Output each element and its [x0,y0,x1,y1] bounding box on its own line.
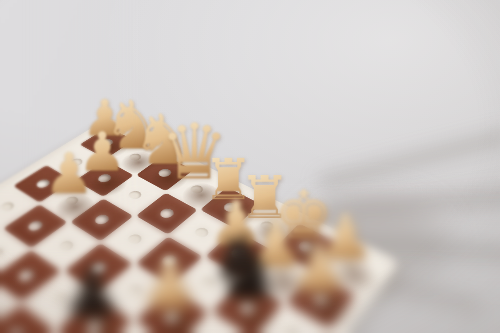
piece-black-pawn-c3[interactable]: ♟ [0,242,35,310]
peg-hole [68,157,85,167]
peg-hole [126,189,144,201]
peg-hole [56,239,76,253]
piece-black-pawn-e4[interactable]: ♟ [34,258,150,327]
peg-hole [127,152,144,162]
chess-board: ♟♞♞♟♛♟♜♜♚♟♟♟♟♟♞♟♟ [0,118,401,333]
perspective-scene: ♟♞♞♟♛♟♜♜♚♟♟♟♟♟♞♟♟ [0,0,500,333]
peg-hole [188,183,206,194]
peg-hole [62,195,80,207]
peg-hole [0,200,16,212]
travel-chessboard-photo: ♟♞♞♟♛♟♜♜♚♟♟♟♟♟♞♟♟ [0,0,500,333]
